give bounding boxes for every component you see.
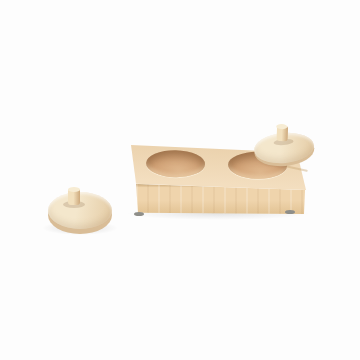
lid-1[interactable] xyxy=(48,186,112,235)
product-photo-scene xyxy=(0,0,360,360)
board-foot-left xyxy=(134,212,144,216)
lid-1-peg-cap xyxy=(68,187,80,192)
lid-2-peg-cap xyxy=(276,124,287,129)
well-1[interactable] xyxy=(146,150,206,178)
board-foot-right xyxy=(285,210,295,214)
lid-2[interactable] xyxy=(252,124,315,169)
lid-1-top xyxy=(48,192,112,229)
